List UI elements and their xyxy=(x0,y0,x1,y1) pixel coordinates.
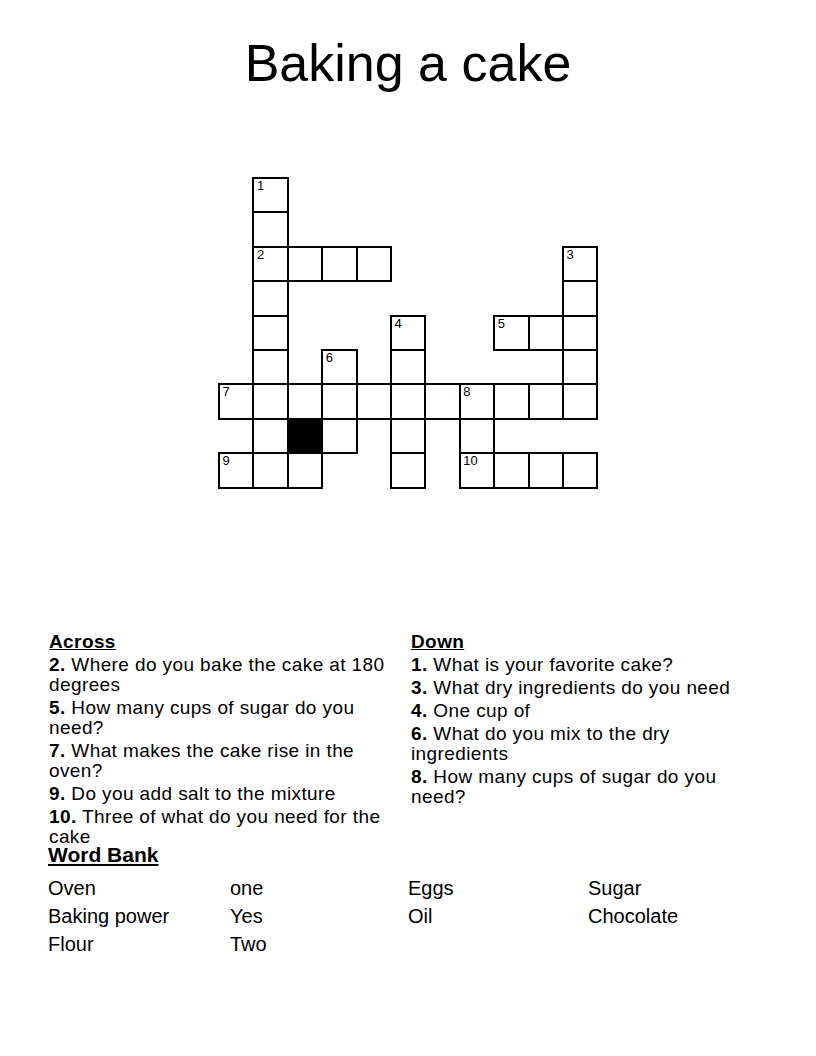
grid-cell[interactable]: 3 xyxy=(562,246,598,282)
grid-cell[interactable] xyxy=(252,349,288,385)
clue-10: 10. Three of what do you need for the ca… xyxy=(49,807,394,847)
word-bank-columns: OvenBaking powerFlouroneYesTwoEggsOilSug… xyxy=(48,874,788,958)
grid-cell[interactable] xyxy=(252,418,288,454)
grid-cell[interactable]: 2 xyxy=(252,246,288,282)
grid-cell[interactable] xyxy=(390,452,426,488)
word-bank-heading: Word Bank xyxy=(48,842,158,868)
grid-cell[interactable] xyxy=(287,452,323,488)
grid-cell[interactable]: 9 xyxy=(218,452,254,488)
grid-cell[interactable] xyxy=(356,383,392,419)
clue-number: 1 xyxy=(257,179,264,193)
grid-cell[interactable] xyxy=(321,383,357,419)
across-clue-list: 2. Where do you bake the cake at 180 deg… xyxy=(49,655,394,847)
grid-cell[interactable] xyxy=(321,418,357,454)
crossword-grid: 12345678910 xyxy=(218,177,599,489)
grid-cell[interactable] xyxy=(287,246,323,282)
word-bank-item: Oven xyxy=(48,874,230,902)
grid-cell[interactable] xyxy=(252,280,288,316)
grid-cell[interactable] xyxy=(528,315,564,351)
word-bank-item: Oil xyxy=(408,902,588,930)
word-bank-item: Baking power xyxy=(48,902,230,930)
grid-cell[interactable]: 8 xyxy=(459,383,495,419)
word-bank-item: Two xyxy=(230,930,408,958)
clue-5: 5. How many cups of sugar do you need? xyxy=(49,698,394,738)
grid-cell[interactable] xyxy=(493,383,529,419)
clue-2: 2. Where do you bake the cake at 180 deg… xyxy=(49,655,394,695)
grid-cell[interactable] xyxy=(459,418,495,454)
grid-cell[interactable] xyxy=(562,315,598,351)
grid-cell[interactable] xyxy=(493,452,529,488)
word-bank-item: Sugar xyxy=(588,874,788,902)
clue-number: 4 xyxy=(395,317,402,331)
grid-cell[interactable] xyxy=(562,349,598,385)
grid-cell[interactable] xyxy=(287,383,323,419)
grid-cell[interactable] xyxy=(252,452,288,488)
puzzle-title: Baking a cake xyxy=(0,33,816,93)
word-bank-item: one xyxy=(230,874,408,902)
clue-number: 10 xyxy=(463,454,477,468)
clue-number: 3 xyxy=(567,248,574,262)
grid-cell[interactable]: 1 xyxy=(252,177,288,213)
clue-4: 4. One cup of xyxy=(411,701,756,721)
clue-number: 7 xyxy=(223,385,230,399)
word-bank-item: Eggs xyxy=(408,874,588,902)
clue-7: 7. What makes the cake rise in the oven? xyxy=(49,741,394,781)
grid-cell[interactable] xyxy=(528,452,564,488)
grid-cell[interactable] xyxy=(321,246,357,282)
word-bank-column: oneYesTwo xyxy=(230,874,408,958)
clue-9: 9. Do you add salt to the mixture xyxy=(49,784,394,804)
word-bank-item: Yes xyxy=(230,902,408,930)
worksheet-page: { "title": "Baking a cake", "game": "cro… xyxy=(0,0,816,1056)
word-bank-column: EggsOil xyxy=(408,874,588,958)
down-clue-list: 1. What is your favorite cake?3. What dr… xyxy=(411,655,756,807)
down-heading: Down xyxy=(411,632,756,652)
grid-cell[interactable]: 5 xyxy=(493,315,529,351)
grid-cell[interactable] xyxy=(562,452,598,488)
across-section: Across 2. Where do you bake the cake at … xyxy=(49,632,394,850)
grid-cell[interactable] xyxy=(390,418,426,454)
clue-number: 6 xyxy=(326,351,333,365)
grid-cell[interactable] xyxy=(252,315,288,351)
clue-1: 1. What is your favorite cake? xyxy=(411,655,756,675)
black-cell xyxy=(287,418,323,454)
clue-8: 8. How many cups of sugar do you need? xyxy=(411,767,756,807)
down-section: Down 1. What is your favorite cake?3. Wh… xyxy=(411,632,756,810)
grid-cell[interactable] xyxy=(562,383,598,419)
clue-number: 9 xyxy=(223,454,230,468)
grid-cell[interactable] xyxy=(252,211,288,247)
grid-cell[interactable] xyxy=(562,280,598,316)
word-bank-item: Chocolate xyxy=(588,902,788,930)
clue-number: 2 xyxy=(257,248,264,262)
word-bank-column: SugarChocolate xyxy=(588,874,788,958)
word-bank-column: OvenBaking powerFlour xyxy=(48,874,230,958)
grid-cell[interactable] xyxy=(528,383,564,419)
grid-cell[interactable] xyxy=(424,383,460,419)
grid-cell[interactable] xyxy=(390,349,426,385)
grid-cell[interactable]: 10 xyxy=(459,452,495,488)
grid-cell[interactable] xyxy=(390,383,426,419)
grid-cell[interactable] xyxy=(356,246,392,282)
clue-number: 8 xyxy=(463,385,470,399)
word-bank-item: Flour xyxy=(48,930,230,958)
grid-cell[interactable]: 7 xyxy=(218,383,254,419)
clue-number: 5 xyxy=(498,317,505,331)
clue-3: 3. What dry ingredients do you need xyxy=(411,678,756,698)
grid-cell[interactable]: 4 xyxy=(390,315,426,351)
grid-cell[interactable] xyxy=(252,383,288,419)
across-heading: Across xyxy=(49,632,394,652)
grid-cell[interactable]: 6 xyxy=(321,349,357,385)
clue-6: 6. What do you mix to the dry ingredient… xyxy=(411,724,756,764)
